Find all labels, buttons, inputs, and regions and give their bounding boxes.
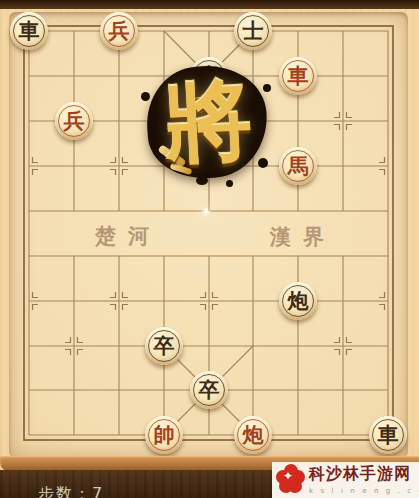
piece-red-general[interactable]: 帥 bbox=[145, 416, 183, 454]
piece-red-cannon[interactable]: 炮 bbox=[234, 416, 272, 454]
piece-black-advisor-2[interactable]: 士 bbox=[190, 57, 228, 95]
watermark-site-name: 科沙林手游网 bbox=[309, 464, 417, 485]
piece-black-cannon[interactable]: 炮 bbox=[279, 282, 317, 320]
piece-black-soldier-1[interactable]: 卒 bbox=[145, 327, 183, 365]
piece-glyph: 車 bbox=[378, 424, 399, 445]
piece-red-horse[interactable]: 馬 bbox=[279, 147, 317, 185]
piece-red-soldier-2[interactable]: 兵 bbox=[55, 102, 93, 140]
xiangqi-game-screen: 楚河 漢界 ✦ 車兵士士車兵馬炮卒卒帥炮車 将 將 步数：7 bbox=[0, 0, 419, 498]
piece-glyph: 士 bbox=[199, 65, 220, 86]
piece-glyph: 卒 bbox=[154, 335, 175, 356]
piece-black-chariot-1[interactable]: 車 bbox=[10, 12, 48, 50]
piece-glyph: 卒 bbox=[199, 379, 220, 400]
flower-icon: ✦ bbox=[275, 464, 306, 495]
piece-glyph: 帥 bbox=[154, 424, 175, 445]
piece-black-advisor-1[interactable]: 士 bbox=[234, 12, 272, 50]
watermark-site-url: k s l i n e n g . c o m bbox=[309, 487, 417, 495]
piece-black-soldier-2[interactable]: 卒 bbox=[190, 371, 228, 409]
xiangqi-board: 楚河 漢界 ✦ 車兵士士車兵馬炮卒卒帥炮車 将 將 bbox=[0, 0, 419, 472]
piece-glyph: 炮 bbox=[288, 290, 309, 311]
piece-glyph: 兵 bbox=[109, 20, 130, 41]
piece-glyph: 車 bbox=[19, 20, 40, 41]
piece-glyph: 炮 bbox=[243, 424, 264, 445]
piece-red-chariot[interactable]: 車 bbox=[279, 57, 317, 95]
piece-glyph: 車 bbox=[288, 65, 309, 86]
piece-glyph: 士 bbox=[243, 20, 264, 41]
star-sparkle-icon: ✦ bbox=[283, 470, 293, 482]
piece-glyph: 兵 bbox=[64, 110, 85, 131]
watermark: ✦ 科沙林手游网 k s l i n e n g . c o m bbox=[272, 462, 419, 498]
river-label-han-jie: 漢界 bbox=[258, 223, 336, 251]
river-label-chu-he: 楚河 bbox=[83, 222, 161, 250]
piece-glyph: 馬 bbox=[288, 155, 309, 176]
piece-black-chariot-2[interactable]: 車 bbox=[369, 416, 407, 454]
move-counter-label: 步数：7 bbox=[38, 484, 104, 498]
sparkle-effect: ✦ bbox=[201, 205, 211, 219]
piece-red-soldier-1[interactable]: 兵 bbox=[100, 12, 138, 50]
